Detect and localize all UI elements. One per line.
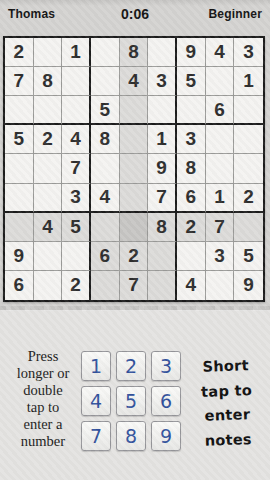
cell-r2c7[interactable]: 5 — [177, 67, 206, 96]
keypad-button-9[interactable]: 9 — [151, 421, 181, 451]
cell-r7c7[interactable]: 2 — [177, 213, 206, 242]
cell-r9c5[interactable]: 7 — [120, 271, 149, 300]
instruction-line: notes — [189, 426, 268, 453]
cell-r1c8[interactable]: 4 — [206, 38, 235, 67]
cell-r7c8[interactable]: 7 — [206, 213, 235, 242]
instruction-line: Short — [186, 353, 265, 380]
cell-r7c2[interactable]: 4 — [34, 213, 63, 242]
cell-r5c7[interactable]: 8 — [177, 154, 206, 183]
cell-r1c5[interactable]: 8 — [120, 38, 149, 67]
cell-r5c1[interactable] — [5, 154, 34, 183]
cell-r6c3[interactable]: 3 — [62, 184, 91, 213]
keypad-button-5[interactable]: 5 — [116, 386, 146, 416]
cell-r6c1[interactable] — [5, 184, 34, 213]
instruction-line: tap to — [4, 399, 82, 416]
cell-r7c4[interactable] — [91, 213, 120, 242]
sudoku-board: 2189437843515652481379834761245827962356… — [3, 36, 265, 302]
cell-r6c8[interactable]: 1 — [206, 184, 235, 213]
cell-r1c3[interactable]: 1 — [62, 38, 91, 67]
cell-r4c4[interactable]: 8 — [91, 125, 120, 154]
cell-r2c9[interactable]: 1 — [234, 67, 263, 96]
cell-r4c2[interactable]: 2 — [34, 125, 63, 154]
cell-r8c8[interactable]: 3 — [206, 242, 235, 271]
instruction-enter-notes: Shorttap toenternotes — [186, 353, 267, 454]
instruction-line: Press — [4, 348, 82, 365]
cell-r4c8[interactable] — [206, 125, 235, 154]
cell-r2c2[interactable]: 8 — [34, 67, 63, 96]
cell-r8c9[interactable]: 5 — [234, 242, 263, 271]
cell-r8c5[interactable]: 2 — [120, 242, 149, 271]
cell-r5c3[interactable]: 7 — [62, 154, 91, 183]
cell-r9c1[interactable]: 6 — [5, 271, 34, 300]
keypad-button-6[interactable]: 6 — [151, 386, 181, 416]
cell-r6c7[interactable]: 6 — [177, 184, 206, 213]
cell-r3c3[interactable] — [62, 96, 91, 125]
cell-r5c6[interactable]: 9 — [148, 154, 177, 183]
number-keypad: 123456789 — [81, 351, 181, 451]
cell-r2c6[interactable]: 3 — [148, 67, 177, 96]
cell-r7c5[interactable] — [120, 213, 149, 242]
status-bar: Thomas 0:06 Beginner — [0, 0, 270, 28]
cell-r9c9[interactable]: 9 — [234, 271, 263, 300]
instruction-line: number — [4, 433, 82, 450]
cell-r3c2[interactable] — [34, 96, 63, 125]
cell-r3c8[interactable]: 6 — [206, 96, 235, 125]
cell-r2c1[interactable]: 7 — [5, 67, 34, 96]
cell-r9c8[interactable] — [206, 271, 235, 300]
keypad-button-8[interactable]: 8 — [116, 421, 146, 451]
cell-r6c4[interactable]: 4 — [91, 184, 120, 213]
cell-r2c5[interactable]: 4 — [120, 67, 149, 96]
cell-r2c3[interactable] — [62, 67, 91, 96]
cell-r6c6[interactable]: 7 — [148, 184, 177, 213]
instruction-line: tap to — [187, 377, 266, 404]
keypad-button-4[interactable]: 4 — [81, 386, 111, 416]
cell-r8c2[interactable] — [34, 242, 63, 271]
cell-r3c6[interactable] — [148, 96, 177, 125]
instruction-line: longer or — [4, 365, 82, 382]
keypad-button-2[interactable]: 2 — [116, 351, 146, 381]
cell-r1c7[interactable]: 9 — [177, 38, 206, 67]
cell-r3c9[interactable] — [234, 96, 263, 125]
instruction-line: double — [4, 382, 82, 399]
keypad-button-1[interactable]: 1 — [81, 351, 111, 381]
cell-r1c9[interactable]: 3 — [234, 38, 263, 67]
cell-r8c7[interactable] — [177, 242, 206, 271]
cell-r9c7[interactable]: 4 — [177, 271, 206, 300]
cell-r1c6[interactable] — [148, 38, 177, 67]
cell-r7c1[interactable] — [5, 213, 34, 242]
torn-paper-edge — [0, 306, 270, 311]
difficulty-label: Beginner — [208, 7, 262, 21]
cell-r7c9[interactable] — [234, 213, 263, 242]
cell-r5c9[interactable] — [234, 154, 263, 183]
cell-r3c4[interactable]: 5 — [91, 96, 120, 125]
instruction-enter-number: Presslonger ordoubletap toenter anumber — [4, 348, 82, 450]
cell-r4c6[interactable]: 1 — [148, 125, 177, 154]
cell-r5c5[interactable] — [120, 154, 149, 183]
cell-r9c4[interactable] — [91, 271, 120, 300]
cell-r1c2[interactable] — [34, 38, 63, 67]
cell-r5c2[interactable] — [34, 154, 63, 183]
keypad-button-7[interactable]: 7 — [81, 421, 111, 451]
cell-r8c3[interactable] — [62, 242, 91, 271]
cell-r6c5[interactable] — [120, 184, 149, 213]
cell-r1c1[interactable]: 2 — [5, 38, 34, 67]
cell-r9c6[interactable] — [148, 271, 177, 300]
cell-r4c1[interactable]: 5 — [5, 125, 34, 154]
cell-r3c1[interactable] — [5, 96, 34, 125]
cell-r8c1[interactable]: 9 — [5, 242, 34, 271]
instruction-line: enter a — [4, 416, 82, 433]
cell-r4c3[interactable]: 4 — [62, 125, 91, 154]
cell-r8c4[interactable]: 6 — [91, 242, 120, 271]
cell-r5c8[interactable] — [206, 154, 235, 183]
cell-r7c3[interactable]: 5 — [62, 213, 91, 242]
cell-r3c5[interactable] — [120, 96, 149, 125]
keypad-button-3[interactable]: 3 — [151, 351, 181, 381]
cell-r4c7[interactable]: 3 — [177, 125, 206, 154]
cell-r2c8[interactable] — [206, 67, 235, 96]
cell-r8c6[interactable] — [148, 242, 177, 271]
instruction-line: enter — [188, 402, 267, 429]
cell-r7c6[interactable]: 8 — [148, 213, 177, 242]
player-name: Thomas — [8, 7, 55, 21]
cell-r3c7[interactable] — [177, 96, 206, 125]
cell-r1c4[interactable] — [91, 38, 120, 67]
cell-r5c4[interactable] — [91, 154, 120, 183]
cell-r9c2[interactable] — [34, 271, 63, 300]
cell-r9c3[interactable]: 2 — [62, 271, 91, 300]
cell-r4c9[interactable] — [234, 125, 263, 154]
cell-r6c9[interactable]: 2 — [234, 184, 263, 213]
cell-r4c5[interactable] — [120, 125, 149, 154]
cell-r2c4[interactable] — [91, 67, 120, 96]
cell-r6c2[interactable] — [34, 184, 63, 213]
